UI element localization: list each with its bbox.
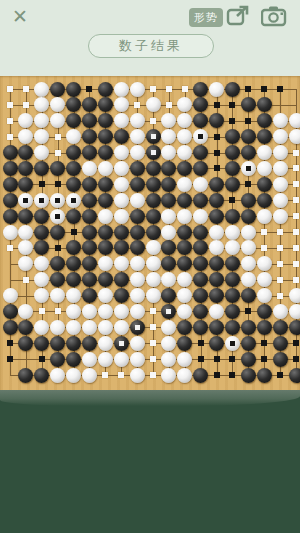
white-stone (130, 272, 145, 287)
white-stone (289, 288, 300, 303)
white-territory-marker (166, 86, 172, 92)
white-territory-marker (55, 150, 61, 156)
white-stone (114, 256, 129, 271)
black-stone (3, 177, 18, 192)
white-territory-marker (293, 245, 299, 251)
black-stone (130, 177, 145, 192)
black-stone (3, 320, 18, 335)
white-stone (130, 82, 145, 97)
black-stone (209, 209, 224, 224)
white-stone (177, 177, 192, 192)
black-stone (18, 320, 33, 335)
white-stone (114, 352, 129, 367)
black-territory-marker (214, 165, 220, 171)
black-stone (225, 320, 240, 335)
black-stone (257, 304, 272, 319)
dead-stone-marker (166, 309, 171, 314)
white-territory-marker (118, 372, 124, 378)
white-stone (161, 272, 176, 287)
dead-stone-marker (151, 150, 156, 155)
black-stone (257, 97, 272, 112)
black-stone (146, 161, 161, 176)
white-stone (130, 129, 145, 144)
white-stone (34, 320, 49, 335)
white-stone (114, 304, 129, 319)
black-stone-marked-dead (146, 145, 161, 160)
white-stone (273, 177, 288, 192)
white-stone (98, 336, 113, 351)
black-stone (66, 256, 81, 271)
black-stone (146, 225, 161, 240)
white-stone (161, 225, 176, 240)
white-stone (50, 97, 65, 112)
white-stone-marked-dead (50, 193, 65, 208)
white-stone (146, 97, 161, 112)
close-icon[interactable]: ✕ (12, 5, 28, 28)
white-stone (114, 193, 129, 208)
white-territory-marker (102, 372, 108, 378)
black-stone (114, 288, 129, 303)
white-stone (18, 240, 33, 255)
white-stone (34, 97, 49, 112)
white-stone (130, 304, 145, 319)
white-stone (98, 256, 113, 271)
dead-stone-marker (71, 198, 76, 203)
white-territory-marker (261, 229, 267, 235)
black-stone (209, 336, 224, 351)
white-stone (66, 304, 81, 319)
white-stone (114, 145, 129, 160)
white-stone (66, 320, 81, 335)
black-stone (50, 336, 65, 351)
black-stone (273, 352, 288, 367)
black-stone (66, 145, 81, 160)
black-stone (82, 225, 97, 240)
share-icon[interactable] (226, 5, 250, 27)
white-stone (82, 304, 97, 319)
black-stone (177, 225, 192, 240)
black-stone (241, 336, 256, 351)
black-stone (18, 209, 33, 224)
black-stone (98, 129, 113, 144)
black-stone (273, 336, 288, 351)
black-stone (225, 256, 240, 271)
black-stone (225, 82, 240, 97)
white-territory-marker (150, 324, 156, 330)
black-stone (193, 145, 208, 160)
white-stone (193, 209, 208, 224)
white-stone (289, 129, 300, 144)
black-territory-marker (198, 356, 204, 362)
black-territory-marker (55, 181, 61, 187)
black-stone (177, 320, 192, 335)
white-territory-marker (150, 340, 156, 346)
white-territory-marker (150, 118, 156, 124)
black-stone (161, 161, 176, 176)
white-stone (177, 304, 192, 319)
black-stone (82, 129, 97, 144)
brush-stroke-decoration (0, 390, 300, 406)
white-territory-marker (134, 102, 140, 108)
white-territory-marker (7, 134, 13, 140)
white-stone (130, 352, 145, 367)
black-stone (82, 177, 97, 192)
white-stone (146, 256, 161, 271)
white-stone (257, 272, 272, 287)
black-stone (3, 145, 18, 160)
promo-banner: 拍照 数子 方便 快捷! (0, 390, 300, 533)
white-stone (50, 113, 65, 128)
black-territory-marker (198, 340, 204, 346)
white-stone (177, 368, 192, 383)
white-stone (273, 193, 288, 208)
black-territory-marker (55, 245, 61, 251)
black-stone (257, 177, 272, 192)
white-stone (161, 145, 176, 160)
white-stone-marked-dead (18, 193, 33, 208)
black-territory-marker (214, 102, 220, 108)
black-territory-marker (229, 372, 235, 378)
white-stone (130, 336, 145, 351)
white-stone (34, 145, 49, 160)
black-territory-marker (214, 150, 220, 156)
black-stone (98, 193, 113, 208)
black-stone (225, 209, 240, 224)
black-stone (177, 193, 192, 208)
black-stone (257, 113, 272, 128)
dead-stone-marker (135, 325, 140, 330)
black-stone (161, 193, 176, 208)
black-territory-marker (277, 86, 283, 92)
black-territory-marker (229, 118, 235, 124)
white-stone (257, 288, 272, 303)
black-stone (82, 113, 97, 128)
white-stone (177, 113, 192, 128)
black-stone (130, 161, 145, 176)
black-stone (82, 272, 97, 287)
black-stone (225, 177, 240, 192)
white-stone (50, 368, 65, 383)
white-stone (241, 256, 256, 271)
black-territory-marker (261, 356, 267, 362)
white-stone (146, 240, 161, 255)
black-stone (82, 288, 97, 303)
black-stone (193, 240, 208, 255)
black-territory-marker (7, 340, 13, 346)
white-territory-marker (293, 181, 299, 187)
white-stone (177, 288, 192, 303)
black-stone (241, 193, 256, 208)
white-stone (98, 304, 113, 319)
white-territory-marker (55, 134, 61, 140)
black-stone (34, 209, 49, 224)
black-stone (225, 145, 240, 160)
white-stone (3, 225, 18, 240)
white-stone (193, 177, 208, 192)
white-stone-marked-dead (241, 161, 256, 176)
white-stone (257, 209, 272, 224)
white-territory-marker (150, 308, 156, 314)
black-stone (209, 272, 224, 287)
white-territory-marker (277, 229, 283, 235)
black-stone (66, 97, 81, 112)
dead-stone-marker (246, 166, 251, 171)
black-stone (209, 177, 224, 192)
black-stone (177, 256, 192, 271)
white-stone (177, 352, 192, 367)
white-stone (130, 145, 145, 160)
white-stone (66, 129, 81, 144)
black-stone (177, 336, 192, 351)
black-territory-marker (277, 372, 283, 378)
black-stone (3, 161, 18, 176)
black-stone (82, 336, 97, 351)
black-stone (241, 288, 256, 303)
white-stone (209, 82, 224, 97)
white-stone (225, 225, 240, 240)
white-stone (225, 240, 240, 255)
white-stone (66, 368, 81, 383)
black-stone (289, 320, 300, 335)
black-stone (241, 129, 256, 144)
black-stone (161, 177, 176, 192)
white-stone (177, 209, 192, 224)
black-stone (82, 240, 97, 255)
black-stone (257, 368, 272, 383)
white-stone (161, 336, 176, 351)
black-stone (114, 240, 129, 255)
black-stone (3, 209, 18, 224)
white-territory-marker (7, 245, 13, 251)
white-territory-marker (261, 245, 267, 251)
black-stone (82, 256, 97, 271)
black-stone (98, 272, 113, 287)
white-stone (66, 288, 81, 303)
black-stone (34, 240, 49, 255)
black-stone (34, 161, 49, 176)
black-territory-marker (229, 356, 235, 362)
black-stone (193, 97, 208, 112)
white-stone (114, 82, 129, 97)
white-stone (161, 368, 176, 383)
black-territory-marker (86, 86, 92, 92)
black-stone (50, 225, 65, 240)
black-stone (225, 272, 240, 287)
black-stone (66, 352, 81, 367)
black-stone (241, 97, 256, 112)
black-stone (114, 129, 129, 144)
black-stone (82, 209, 97, 224)
white-stone (34, 288, 49, 303)
white-territory-marker (39, 308, 45, 314)
black-stone (50, 272, 65, 287)
white-territory-marker (166, 102, 172, 108)
white-territory-marker (23, 86, 29, 92)
black-stone (18, 368, 33, 383)
white-territory-marker (277, 245, 283, 251)
white-stone (98, 161, 113, 176)
black-stone (225, 288, 240, 303)
black-stone (66, 82, 81, 97)
black-stone (193, 272, 208, 287)
black-territory-marker (71, 229, 77, 235)
white-territory-marker (150, 86, 156, 92)
dead-stone-marker (230, 341, 235, 346)
black-stone (3, 193, 18, 208)
white-stone (241, 240, 256, 255)
dead-stone-marker (198, 134, 203, 139)
white-stone-marked-dead (66, 193, 81, 208)
white-territory-marker (23, 277, 29, 283)
black-stone (66, 161, 81, 176)
black-stone (241, 209, 256, 224)
white-stone (34, 129, 49, 144)
black-stone (193, 113, 208, 128)
black-territory-marker (245, 308, 251, 314)
white-territory-marker (293, 197, 299, 203)
white-stone (289, 304, 300, 319)
white-stone (161, 113, 176, 128)
black-territory-marker (245, 181, 251, 187)
white-stone (50, 320, 65, 335)
white-stone (161, 320, 176, 335)
black-stone (130, 225, 145, 240)
white-stone (98, 352, 113, 367)
black-stone (18, 177, 33, 192)
white-stone (289, 113, 300, 128)
white-stone (34, 82, 49, 97)
white-territory-marker (293, 261, 299, 267)
situation-button[interactable]: 形势 (189, 8, 223, 27)
black-stone (273, 320, 288, 335)
go-board[interactable] (0, 76, 300, 391)
black-stone (209, 113, 224, 128)
black-stone (193, 225, 208, 240)
dead-stone-marker (55, 214, 60, 219)
white-stone-marked-dead (225, 336, 240, 351)
white-territory-marker (293, 213, 299, 219)
white-stone (114, 113, 129, 128)
black-territory-marker (214, 372, 220, 378)
black-stone (193, 288, 208, 303)
black-stone (82, 145, 97, 160)
black-territory-marker (245, 118, 251, 124)
white-stone (114, 161, 129, 176)
white-stone (18, 256, 33, 271)
white-stone (82, 161, 97, 176)
white-stone (130, 113, 145, 128)
black-stone (114, 272, 129, 287)
white-stone (114, 177, 129, 192)
black-stone (225, 129, 240, 144)
camera-icon[interactable] (261, 5, 285, 27)
black-stone (82, 193, 97, 208)
black-territory-marker (39, 181, 45, 187)
black-territory-marker (214, 356, 220, 362)
black-stone (177, 161, 192, 176)
black-stone (98, 97, 113, 112)
white-stone (273, 145, 288, 160)
white-stone (3, 288, 18, 303)
black-stone (257, 320, 272, 335)
white-stone (257, 256, 272, 271)
white-stone (177, 272, 192, 287)
black-stone-marked-dead (146, 129, 161, 144)
white-territory-marker (7, 118, 13, 124)
white-stone (177, 129, 192, 144)
white-stone (50, 288, 65, 303)
black-territory-marker (293, 340, 299, 346)
black-stone (98, 240, 113, 255)
white-stone-marked-dead (193, 129, 208, 144)
black-stone (209, 320, 224, 335)
black-stone (50, 82, 65, 97)
dead-stone-marker (55, 198, 60, 203)
black-stone (225, 304, 240, 319)
white-territory-marker (293, 165, 299, 171)
white-territory-marker (277, 293, 283, 299)
white-territory-marker (150, 372, 156, 378)
white-stone (209, 225, 224, 240)
black-stone (146, 209, 161, 224)
white-stone (130, 368, 145, 383)
white-territory-marker (55, 308, 61, 314)
white-territory-marker (293, 229, 299, 235)
dead-stone-marker (119, 341, 124, 346)
white-stone (273, 161, 288, 176)
black-stone (114, 225, 129, 240)
white-stone (241, 272, 256, 287)
black-stone (98, 177, 113, 192)
white-stone (273, 129, 288, 144)
black-stone (241, 352, 256, 367)
white-territory-marker (293, 150, 299, 156)
white-stone (146, 288, 161, 303)
counting-result-pill[interactable]: 数子结果 (88, 34, 214, 58)
black-territory-marker (229, 197, 235, 203)
black-stone (18, 145, 33, 160)
black-territory-marker (7, 356, 13, 362)
black-territory-marker (39, 356, 45, 362)
black-stone (34, 368, 49, 383)
dead-stone-marker (151, 134, 156, 139)
white-stone-marked-dead (34, 193, 49, 208)
white-territory-marker (7, 86, 13, 92)
black-territory-marker (229, 102, 235, 108)
black-stone (193, 256, 208, 271)
white-stone (161, 352, 176, 367)
white-stone (18, 304, 33, 319)
white-stone (98, 288, 113, 303)
white-territory-marker (277, 261, 283, 267)
white-stone (82, 352, 97, 367)
black-stone (146, 177, 161, 192)
white-stone-marked-dead (50, 209, 65, 224)
white-territory-marker (293, 277, 299, 283)
black-stone (161, 240, 176, 255)
black-territory-marker (261, 340, 267, 346)
white-territory-marker (277, 277, 283, 283)
black-stone (34, 336, 49, 351)
black-territory-marker (261, 86, 267, 92)
black-stone (209, 256, 224, 271)
white-stone (161, 209, 176, 224)
black-stone (66, 113, 81, 128)
white-stone (241, 225, 256, 240)
dead-stone-marker (23, 198, 28, 203)
black-stone (18, 161, 33, 176)
white-stone (257, 161, 272, 176)
